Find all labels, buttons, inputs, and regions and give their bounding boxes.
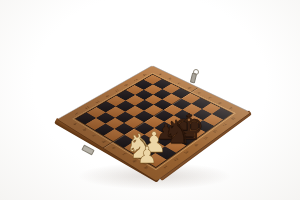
piece-layer: ♚♟♞♟♞♟	[0, 0, 300, 200]
white-pawn-g1[interactable]: ♟	[137, 144, 158, 167]
black-knight-h3[interactable]: ♞	[163, 116, 192, 148]
product-photo: abcdefgh abcdefgh 87654321 87654321 ♚♟♞♟…	[0, 0, 300, 200]
